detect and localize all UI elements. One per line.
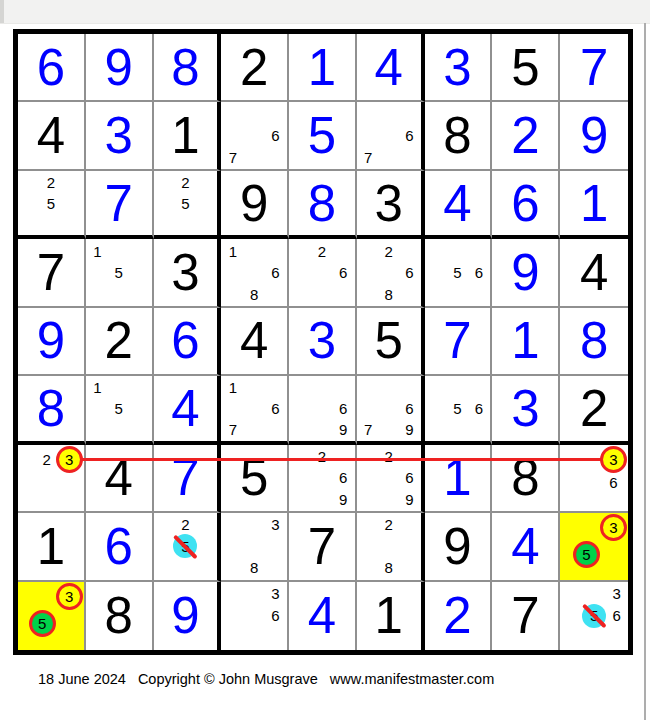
cell-r8c5[interactable]: 7 xyxy=(289,513,357,581)
candidate-slot-r4c5-8 xyxy=(311,283,332,304)
candidate-slot-r7c5-7 xyxy=(290,489,311,510)
candidate-slot-r4c4-2 xyxy=(244,240,265,261)
candidate-slot-r4c7-1 xyxy=(426,240,447,261)
candidate-slot-r7c9-6: 6 xyxy=(600,473,627,492)
candidate-r2c6-7: 7 xyxy=(364,150,372,165)
cell-r1c6[interactable]: 4 xyxy=(357,34,425,102)
candidate-slot-r8c6-3 xyxy=(399,514,420,535)
candidate-r9c9-6: 6 xyxy=(612,608,620,623)
cell-r4c7[interactable]: 56 xyxy=(425,239,493,307)
candidate-grid-r2c6: 67 xyxy=(358,103,420,167)
candidate-r4c5-2: 2 xyxy=(318,244,326,259)
candidate-slot-r3c1-1 xyxy=(19,172,40,193)
cell-r6c3[interactable]: 4 xyxy=(154,376,222,444)
candidate-slot-r4c6-9 xyxy=(399,283,420,304)
candidate-r4c4-8: 8 xyxy=(250,287,258,302)
candidate-r7c5-9: 9 xyxy=(339,492,347,507)
candidate-slot-r9c1-4 xyxy=(19,610,29,637)
cell-r6c1[interactable]: 8 xyxy=(18,376,86,444)
candidate-slot-r7c5-6: 6 xyxy=(333,467,354,488)
candidate-slot-r6c6-3 xyxy=(399,377,420,398)
candidate-slot-r7c1-2: 2 xyxy=(37,446,55,473)
candidate-slot-r4c2-7 xyxy=(87,283,108,304)
candidate-slot-r6c2-7 xyxy=(87,419,108,440)
digit-r8c7: 9 xyxy=(443,521,471,572)
candidate-grid-r7c5: 269 xyxy=(290,446,354,510)
candidate-slot-r4c5-3 xyxy=(333,240,354,261)
cell-r4c3[interactable]: 3 xyxy=(154,239,222,307)
cell-r4c5[interactable]: 26 xyxy=(289,239,357,307)
candidate-grid-r8c6: 28 xyxy=(358,514,420,578)
candidate-slot-r6c7-3 xyxy=(468,377,489,398)
footer-website: www.manifestmaster.com xyxy=(330,671,494,687)
digit-r4c3: 3 xyxy=(171,247,199,298)
candidate-slot-r2c4-5 xyxy=(244,125,265,146)
candidate-slot-r7c1-5 xyxy=(37,473,55,492)
candidate-grid-r6c2: 15 xyxy=(87,377,151,439)
cell-r2c6[interactable]: 67 xyxy=(357,102,425,170)
cell-r9c7[interactable]: 2 xyxy=(425,582,493,650)
cell-r5c1[interactable]: 9 xyxy=(18,308,86,376)
candidate-r4c4-1: 1 xyxy=(229,244,237,259)
candidate-slot-r9c1-7 xyxy=(19,637,29,649)
cell-r3c4[interactable]: 9 xyxy=(221,171,289,239)
candidate-slot-r4c6-7 xyxy=(358,283,379,304)
candidate-slot-r6c6-8 xyxy=(378,419,399,440)
cell-r9c4[interactable]: 36 xyxy=(221,582,289,650)
digit-r8c5: 7 xyxy=(308,521,336,572)
candidate-slot-r8c4-3: 3 xyxy=(265,514,286,535)
digit-r5c5: 3 xyxy=(308,315,336,366)
cell-r1c8[interactable]: 5 xyxy=(492,34,560,102)
cell-r8c2[interactable]: 6 xyxy=(86,513,154,581)
candidate-slot-r6c2-4 xyxy=(87,398,108,419)
candidate-slot-r6c6-1 xyxy=(358,377,379,398)
candidate-grid-r8c9: 35 xyxy=(561,514,627,578)
cell-r5c4[interactable]: 4 xyxy=(221,308,289,376)
candidate-slot-r8c9-5: 5 xyxy=(573,541,600,568)
candidate-slot-r3c3-2: 2 xyxy=(175,172,196,193)
candidate-slot-r3c3-1 xyxy=(155,172,176,193)
candidate-slot-r9c1-3: 3 xyxy=(56,583,83,610)
candidate-r4c7-5: 5 xyxy=(453,265,461,280)
cell-r6c4[interactable]: 167 xyxy=(221,376,289,444)
candidate-slot-r6c4-8 xyxy=(244,419,265,440)
candidate-slot-r6c5-3 xyxy=(333,377,354,398)
cell-r8c6[interactable]: 28 xyxy=(357,513,425,581)
candidate-slot-r8c9-8 xyxy=(573,568,600,578)
candidate-slot-r9c9-4 xyxy=(561,604,582,628)
digit-r6c9: 2 xyxy=(580,383,608,434)
candidate-slot-r6c2-8 xyxy=(108,419,129,440)
candidate-slot-r4c2-6 xyxy=(129,262,150,283)
candidate-slot-r3c3-8 xyxy=(175,214,196,235)
candidate-slot-r2c6-8 xyxy=(378,146,399,167)
candidate-r6c2-1: 1 xyxy=(93,380,101,395)
candidate-grid-r6c5: 69 xyxy=(290,377,354,439)
candidate-r4c5-6: 6 xyxy=(339,265,347,280)
candidate-slot-r7c9-5 xyxy=(581,473,600,492)
candidate-slot-r4c6-1 xyxy=(358,240,379,261)
digit-r2c3: 1 xyxy=(171,110,199,161)
candidate-slot-r8c6-7 xyxy=(358,557,379,578)
cell-r1c1[interactable]: 6 xyxy=(18,34,86,102)
candidate-slot-r6c2-1: 1 xyxy=(87,377,108,398)
cell-r9c6[interactable]: 1 xyxy=(357,582,425,650)
candidate-slot-r8c6-1 xyxy=(358,514,379,535)
candidate-slot-r7c1-3: 3 xyxy=(56,446,83,473)
candidate-slot-r6c2-9 xyxy=(129,419,150,440)
candidate-slot-r7c9-9 xyxy=(600,491,627,510)
candidate-slot-r9c4-6: 6 xyxy=(265,605,286,627)
candidate-slot-r6c4-3 xyxy=(265,377,286,398)
cell-r4c6[interactable]: 268 xyxy=(357,239,425,307)
candidate-slot-r9c1-1 xyxy=(19,583,29,610)
candidate-slot-r8c4-9 xyxy=(265,557,286,578)
candidate-slot-r6c7-1 xyxy=(426,377,447,398)
cell-r8c8[interactable]: 4 xyxy=(492,513,560,581)
candidate-slot-r4c6-4 xyxy=(358,262,379,283)
candidate-grid-r6c6: 679 xyxy=(358,377,420,439)
digit-r4c1: 7 xyxy=(37,247,65,298)
cell-r1c2[interactable]: 9 xyxy=(86,34,154,102)
cell-r9c2[interactable]: 8 xyxy=(86,582,154,650)
cell-r9c5[interactable]: 4 xyxy=(289,582,357,650)
candidate-slot-r6c4-1: 1 xyxy=(222,377,243,398)
digit-r4c9: 4 xyxy=(580,247,608,298)
candidate-r3c1-5: 5 xyxy=(47,196,55,211)
cell-r5c9[interactable]: 8 xyxy=(560,308,628,376)
cell-r7c1[interactable]: 23 xyxy=(18,445,86,513)
cell-r2c9[interactable]: 9 xyxy=(560,102,628,170)
candidate-slot-r7c6-6: 6 xyxy=(399,467,420,488)
cell-r5c6[interactable]: 5 xyxy=(357,308,425,376)
cell-r3c7[interactable]: 4 xyxy=(425,171,493,239)
candidate-slot-r8c3-6 xyxy=(197,534,216,558)
cell-r3c2[interactable]: 7 xyxy=(86,171,154,239)
candidate-slot-r7c9-3: 3 xyxy=(600,446,627,473)
cell-r8c3[interactable]: 25 xyxy=(154,513,222,581)
candidate-slot-r4c4-7 xyxy=(222,283,243,304)
candidate-r4c2-1: 1 xyxy=(93,244,101,259)
cell-r5c3[interactable]: 6 xyxy=(154,308,222,376)
cell-r2c4[interactable]: 67 xyxy=(221,102,289,170)
candidate-slot-r6c5-2 xyxy=(311,377,332,398)
candidate-slot-r9c1-8 xyxy=(29,637,56,649)
candidate-slot-r3c1-5: 5 xyxy=(40,193,61,214)
cell-r2c8[interactable]: 2 xyxy=(492,102,560,170)
cell-r4c8[interactable]: 9 xyxy=(492,239,560,307)
cell-r4c9[interactable]: 4 xyxy=(560,239,628,307)
cell-r2c2[interactable]: 3 xyxy=(86,102,154,170)
cell-r8c7[interactable]: 9 xyxy=(425,513,493,581)
candidate-slot-r9c4-7 xyxy=(222,627,243,649)
cell-r7c8[interactable]: 8 xyxy=(492,445,560,513)
candidate-r7c5-6: 6 xyxy=(339,470,347,485)
candidate-r8c9-3: 3 xyxy=(600,514,627,541)
digit-r6c1: 8 xyxy=(37,383,65,434)
digit-r8c1: 1 xyxy=(37,521,65,572)
cell-r4c4[interactable]: 168 xyxy=(221,239,289,307)
cell-r1c5[interactable]: 1 xyxy=(289,34,357,102)
candidate-slot-r4c5-1 xyxy=(290,240,311,261)
candidate-slot-r4c4-1: 1 xyxy=(222,240,243,261)
digit-r5c1: 9 xyxy=(37,315,65,366)
cell-r7c2[interactable]: 4 xyxy=(86,445,154,513)
candidate-slot-r8c4-7 xyxy=(222,557,243,578)
cell-r7c6[interactable]: 269 xyxy=(357,445,425,513)
candidate-r9c4-3: 3 xyxy=(271,586,279,601)
candidate-r7c6-2: 2 xyxy=(385,449,393,464)
cell-r6c6[interactable]: 679 xyxy=(357,376,425,444)
candidate-slot-r6c6-9: 9 xyxy=(399,419,420,440)
candidate-grid-r2c4: 67 xyxy=(222,103,286,167)
candidate-slot-r9c4-2 xyxy=(244,583,265,605)
digit-r9c2: 8 xyxy=(104,590,132,641)
candidate-r6c6-9: 9 xyxy=(405,422,413,437)
cell-r7c7[interactable]: 1 xyxy=(425,445,493,513)
digit-r9c5: 4 xyxy=(308,590,336,641)
candidate-slot-r3c3-9 xyxy=(196,214,217,235)
cell-r7c5[interactable]: 269 xyxy=(289,445,357,513)
cell-r9c1[interactable]: 35 xyxy=(18,582,86,650)
cell-r4c1[interactable]: 7 xyxy=(18,239,86,307)
candidate-slot-r8c4-1 xyxy=(222,514,243,535)
candidate-slot-r2c4-4 xyxy=(222,125,243,146)
cell-r3c3[interactable]: 25 xyxy=(154,171,222,239)
candidate-r4c6-2: 2 xyxy=(385,244,393,259)
candidate-slot-r6c2-6 xyxy=(129,398,150,419)
candidate-slot-r7c1-1 xyxy=(19,446,37,473)
candidate-r7c6-6: 6 xyxy=(405,470,413,485)
cell-r1c4[interactable]: 2 xyxy=(221,34,289,102)
candidate-slot-r3c3-7 xyxy=(155,214,176,235)
candidate-slot-r6c5-1 xyxy=(290,377,311,398)
cell-r7c9[interactable]: 36 xyxy=(560,445,628,513)
candidate-grid-r9c9: 356 xyxy=(561,583,627,649)
footer-date: 18 June 2024 xyxy=(38,671,126,687)
candidate-slot-r4c2-2 xyxy=(108,240,129,261)
candidate-slot-r6c4-6: 6 xyxy=(265,398,286,419)
cell-r3c5[interactable]: 8 xyxy=(289,171,357,239)
candidate-slot-r7c5-1 xyxy=(290,446,311,467)
candidate-slot-r6c7-2 xyxy=(447,377,468,398)
candidate-slot-r7c1-9 xyxy=(56,491,83,510)
candidate-slot-r4c4-5 xyxy=(244,262,265,283)
candidate-grid-r7c1: 23 xyxy=(19,446,83,510)
candidate-grid-r4c5: 26 xyxy=(290,240,354,304)
candidate-grid-r9c4: 36 xyxy=(222,583,286,649)
candidate-slot-r4c7-8 xyxy=(447,283,468,304)
candidate-slot-r8c3-1 xyxy=(155,514,174,534)
candidate-slot-r8c9-7 xyxy=(561,568,573,578)
candidate-slot-r7c5-3 xyxy=(333,446,354,467)
candidate-r6c5-6: 6 xyxy=(339,401,347,416)
candidate-slot-r7c6-9: 9 xyxy=(399,489,420,510)
cell-r9c8[interactable]: 7 xyxy=(492,582,560,650)
candidate-slot-r2c6-7: 7 xyxy=(358,146,379,167)
candidate-slot-r4c7-3 xyxy=(468,240,489,261)
cell-r8c4[interactable]: 38 xyxy=(221,513,289,581)
cell-r2c7[interactable]: 8 xyxy=(425,102,493,170)
candidate-r7c1-2: 2 xyxy=(42,452,50,467)
cell-r8c9[interactable]: 35 xyxy=(560,513,628,581)
digit-r3c8: 6 xyxy=(511,178,539,229)
candidate-slot-r4c7-9 xyxy=(468,283,489,304)
candidate-slot-r7c6-5 xyxy=(378,467,399,488)
candidate-slot-r2c4-1 xyxy=(222,103,243,124)
candidate-slot-r4c6-3 xyxy=(399,240,420,261)
cell-r6c5[interactable]: 69 xyxy=(289,376,357,444)
digit-r2c7: 8 xyxy=(443,110,471,161)
candidate-slot-r4c5-6: 6 xyxy=(333,262,354,283)
candidate-slot-r8c9-2 xyxy=(573,514,600,541)
candidate-slot-r3c1-4 xyxy=(19,193,40,214)
candidate-slot-r8c6-5 xyxy=(378,536,399,557)
candidate-r6c4-6: 6 xyxy=(271,401,279,416)
cell-r5c2[interactable]: 2 xyxy=(86,308,154,376)
candidate-slot-r9c1-6 xyxy=(56,610,83,637)
cell-r3c6[interactable]: 3 xyxy=(357,171,425,239)
candidate-slot-r8c9-4 xyxy=(561,541,573,568)
candidate-slot-r9c4-5 xyxy=(244,605,265,627)
candidate-slot-r6c7-8 xyxy=(447,419,468,440)
candidate-slot-r8c3-7 xyxy=(155,558,174,578)
digit-r1c7: 3 xyxy=(443,42,471,93)
candidate-slot-r6c6-2 xyxy=(378,377,399,398)
cell-r2c5[interactable]: 5 xyxy=(289,102,357,170)
candidate-slot-r3c3-6 xyxy=(196,193,217,214)
candidate-r2c4-7: 7 xyxy=(229,150,237,165)
candidate-slot-r4c6-2: 2 xyxy=(378,240,399,261)
candidate-slot-r4c5-9 xyxy=(333,283,354,304)
candidate-slot-r9c9-5: 5 xyxy=(582,604,606,628)
cell-r5c7[interactable]: 7 xyxy=(425,308,493,376)
cell-r4c2[interactable]: 15 xyxy=(86,239,154,307)
cell-r6c2[interactable]: 15 xyxy=(86,376,154,444)
candidate-r2c6-6: 6 xyxy=(405,128,413,143)
candidate-slot-r9c9-3: 3 xyxy=(606,583,627,604)
candidate-r8c4-3: 3 xyxy=(271,517,279,532)
digit-r6c8: 3 xyxy=(511,383,539,434)
cell-r1c7[interactable]: 3 xyxy=(425,34,493,102)
cell-r9c9[interactable]: 356 xyxy=(560,582,628,650)
footer-copyright: Copyright © John Musgrave xyxy=(138,671,318,687)
candidate-slot-r8c4-6 xyxy=(265,536,286,557)
candidate-r8c6-8: 8 xyxy=(385,560,393,575)
cell-r3c9[interactable]: 1 xyxy=(560,171,628,239)
candidate-slot-r4c2-8 xyxy=(108,283,129,304)
candidate-slot-r8c6-6 xyxy=(399,536,420,557)
candidate-slot-r2c6-1 xyxy=(358,103,379,124)
candidate-slot-r6c4-4 xyxy=(222,398,243,419)
digit-r9c7: 2 xyxy=(443,590,471,641)
digit-r3c7: 4 xyxy=(443,178,471,229)
sudoku-board: 6982143574316756782925725983461715316826… xyxy=(13,29,633,655)
digit-r8c8: 4 xyxy=(511,521,539,572)
candidate-slot-r6c2-5: 5 xyxy=(108,398,129,419)
candidate-slot-r7c6-3 xyxy=(399,446,420,467)
cell-r6c7[interactable]: 56 xyxy=(425,376,493,444)
digit-r1c1: 6 xyxy=(37,42,65,93)
digit-r9c6: 1 xyxy=(375,590,403,641)
strip-left-edge xyxy=(0,0,4,23)
digit-r1c2: 9 xyxy=(104,42,132,93)
candidate-r6c4-7: 7 xyxy=(229,422,237,437)
candidate-slot-r6c5-4 xyxy=(290,398,311,419)
candidate-grid-r7c6: 269 xyxy=(358,446,420,510)
candidate-slot-r8c3-3 xyxy=(197,514,216,534)
candidate-grid-r9c1: 35 xyxy=(19,583,83,649)
digit-r1c4: 2 xyxy=(240,42,268,93)
candidate-slot-r9c9-6: 6 xyxy=(606,604,627,628)
cell-r1c9[interactable]: 7 xyxy=(560,34,628,102)
digit-r8c2: 6 xyxy=(104,521,132,572)
cell-r7c3[interactable]: 7 xyxy=(154,445,222,513)
candidate-slot-r4c6-5 xyxy=(378,262,399,283)
candidate-slot-r3c1-7 xyxy=(19,214,40,235)
candidate-slot-r8c3-8 xyxy=(173,558,197,578)
digit-r2c5: 5 xyxy=(308,110,336,161)
cell-r5c8[interactable]: 1 xyxy=(492,308,560,376)
candidate-slot-r4c4-4 xyxy=(222,262,243,283)
candidate-slot-r9c9-8 xyxy=(582,628,606,649)
candidate-slot-r7c9-8 xyxy=(581,491,600,510)
candidate-grid-r4c7: 56 xyxy=(426,240,490,304)
candidate-grid-r4c4: 168 xyxy=(222,240,286,304)
candidate-slot-r9c1-9 xyxy=(56,637,83,649)
candidate-r9c9-3: 3 xyxy=(612,586,620,601)
candidate-slot-r8c3-2: 2 xyxy=(173,514,197,534)
candidate-slot-r8c9-6 xyxy=(600,541,627,568)
candidate-slot-r4c2-4 xyxy=(87,262,108,283)
cell-r2c1[interactable]: 4 xyxy=(18,102,86,170)
candidate-r3c1-2: 2 xyxy=(47,175,55,190)
cell-r8c1[interactable]: 1 xyxy=(18,513,86,581)
candidate-r7c9-3: 3 xyxy=(600,446,627,473)
candidate-slot-r4c4-6: 6 xyxy=(265,262,286,283)
candidate-grid-r4c2: 15 xyxy=(87,240,151,304)
cell-r6c8[interactable]: 3 xyxy=(492,376,560,444)
cell-r1c3[interactable]: 8 xyxy=(154,34,222,102)
candidate-slot-r2c6-4 xyxy=(358,125,379,146)
cell-r6c9[interactable]: 2 xyxy=(560,376,628,444)
candidate-slot-r6c6-7: 7 xyxy=(358,419,379,440)
candidate-grid-r3c1: 25 xyxy=(19,172,83,234)
cell-r5c5[interactable]: 3 xyxy=(289,308,357,376)
candidate-slot-r8c9-9 xyxy=(600,568,627,578)
candidate-slot-r4c7-4 xyxy=(426,262,447,283)
candidate-slot-r6c2-2 xyxy=(108,377,129,398)
candidate-slot-r6c5-6: 6 xyxy=(333,398,354,419)
candidate-slot-r8c4-4 xyxy=(222,536,243,557)
candidate-slot-r9c9-9 xyxy=(606,628,627,649)
cell-r3c1[interactable]: 25 xyxy=(18,171,86,239)
candidate-slot-r2c4-3 xyxy=(265,103,286,124)
candidate-slot-r6c7-5: 5 xyxy=(447,398,468,419)
cell-r7c4[interactable]: 5 xyxy=(221,445,289,513)
candidate-r6c6-6: 6 xyxy=(405,401,413,416)
cell-r2c3[interactable]: 1 xyxy=(154,102,222,170)
cell-r3c8[interactable]: 6 xyxy=(492,171,560,239)
candidate-grid-r3c3: 25 xyxy=(155,172,217,234)
candidate-slot-r4c6-6: 6 xyxy=(399,262,420,283)
candidate-slot-r6c2-3 xyxy=(129,377,150,398)
candidate-slot-r8c3-5: 5 xyxy=(173,534,197,558)
cell-r9c3[interactable]: 9 xyxy=(154,582,222,650)
digit-r6c3: 4 xyxy=(171,383,199,434)
candidate-r3c3-5: 5 xyxy=(181,196,189,211)
